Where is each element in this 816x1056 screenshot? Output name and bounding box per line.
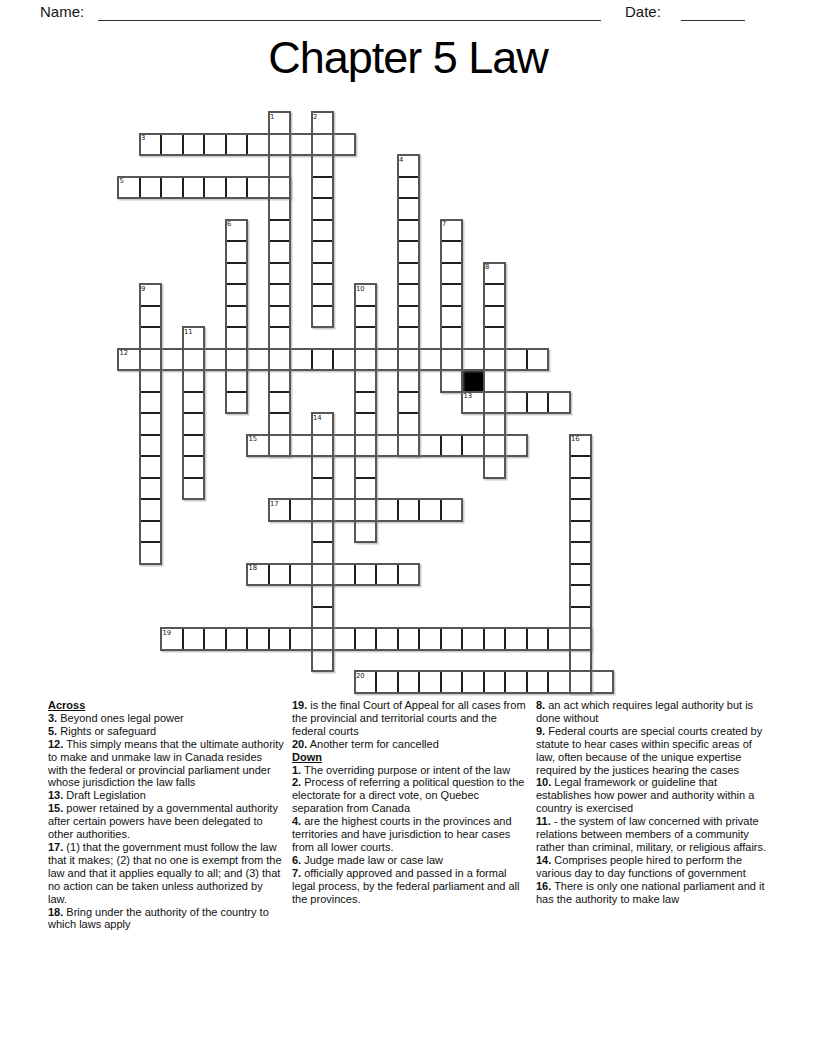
grid-cell[interactable] — [419, 671, 441, 693]
clue-number: 5. — [48, 725, 57, 737]
grid-cell[interactable] — [226, 370, 248, 392]
cell-number-13: 13 — [464, 393, 473, 400]
grid-cell[interactable] — [548, 628, 570, 650]
clue-number: 14. — [536, 854, 551, 866]
grid-cell[interactable] — [269, 564, 291, 586]
grid-cell[interactable] — [441, 671, 463, 693]
grid-cell[interactable] — [312, 177, 334, 199]
grid-cell[interactable] — [290, 349, 312, 371]
grid-cell[interactable] — [398, 413, 420, 435]
grid-cell[interactable] — [570, 521, 592, 543]
grid-cell[interactable] — [140, 413, 162, 435]
grid-cell[interactable] — [570, 628, 592, 650]
clue-5: 5. Rights or safeguard — [48, 725, 284, 738]
grid-cell[interactable] — [183, 413, 205, 435]
grid-cell[interactable] — [247, 628, 269, 650]
grid-cell[interactable] — [140, 478, 162, 500]
grid-cell[interactable] — [312, 220, 334, 242]
cell-number-16: 16 — [571, 436, 580, 443]
grid-cell[interactable] — [312, 198, 334, 220]
grid-cell[interactable] — [161, 349, 183, 371]
cell-number-9: 9 — [141, 286, 145, 293]
grid-cell[interactable] — [355, 564, 377, 586]
grid-cell[interactable] — [484, 456, 506, 478]
grid-cell[interactable] — [140, 542, 162, 564]
cell-number-14: 14 — [313, 415, 322, 422]
grid-cell[interactable] — [204, 349, 226, 371]
grid-cell[interactable] — [312, 585, 334, 607]
grid-cell[interactable] — [140, 177, 162, 199]
grid-cell[interactable] — [290, 134, 312, 156]
clue-number: 16. — [536, 880, 551, 892]
cell-number-2: 2 — [313, 114, 317, 121]
grid-cell[interactable] — [226, 327, 248, 349]
grid-cell[interactable] — [269, 628, 291, 650]
grid-cell[interactable] — [312, 564, 334, 586]
grid-cell[interactable] — [484, 370, 506, 392]
grid-cell[interactable] — [441, 327, 463, 349]
grid-cell[interactable] — [204, 628, 226, 650]
grid-cell[interactable] — [505, 435, 527, 457]
clue-4: 4. are the highest courts in the provinc… — [292, 815, 528, 854]
grid-cell[interactable] — [441, 263, 463, 285]
grid-cell[interactable] — [355, 456, 377, 478]
cell-number-20: 20 — [356, 673, 365, 680]
grid-cell[interactable] — [484, 628, 506, 650]
grid-cell[interactable] — [548, 392, 570, 414]
grid-cell[interactable] — [269, 306, 291, 328]
grid-cell[interactable] — [269, 327, 291, 349]
grid-cell[interactable] — [398, 177, 420, 199]
grid-cell[interactable] — [398, 499, 420, 521]
grid-cell[interactable] — [462, 349, 484, 371]
grid-cell[interactable] — [505, 392, 527, 414]
grid-cell[interactable] — [376, 671, 398, 693]
grid-cell[interactable] — [204, 134, 226, 156]
grid-cell[interactable] — [312, 134, 334, 156]
grid-cell[interactable] — [484, 349, 506, 371]
clue-number: 17. — [48, 841, 63, 853]
grid-cell[interactable] — [355, 628, 377, 650]
clue-number: 12. — [48, 738, 63, 750]
cell-number-6: 6 — [227, 221, 231, 228]
clue-15: 15. power retained by a governmental aut… — [48, 802, 284, 841]
grid-cell[interactable] — [376, 499, 398, 521]
grid-cell[interactable] — [140, 435, 162, 457]
grid-cell[interactable] — [226, 306, 248, 328]
clue-13: 13. Draft Legislation — [48, 789, 284, 802]
grid-cell[interactable] — [312, 349, 334, 371]
clue-number: 2. — [292, 776, 301, 788]
grid-cell[interactable] — [376, 349, 398, 371]
grid-cell[interactable] — [333, 349, 355, 371]
grid-cell[interactable] — [312, 456, 334, 478]
grid-cell[interactable] — [312, 607, 334, 629]
grid-cell[interactable] — [269, 198, 291, 220]
cell-number-19: 19 — [163, 630, 172, 637]
grid-cell[interactable] — [226, 284, 248, 306]
grid-cell[interactable] — [183, 628, 205, 650]
clue-6: 6. Judge made law or case law — [292, 854, 528, 867]
clue-number: 18. — [48, 906, 63, 918]
grid-cell[interactable] — [333, 564, 355, 586]
grid-cell[interactable] — [183, 134, 205, 156]
grid-cell[interactable] — [398, 564, 420, 586]
grid-cell[interactable] — [312, 650, 334, 672]
grid-cell[interactable] — [269, 370, 291, 392]
grid-cell[interactable] — [333, 628, 355, 650]
across-heading: Across — [48, 699, 284, 712]
clue-number: 10. — [536, 776, 551, 788]
grid-cell[interactable] — [441, 435, 463, 457]
clue-19: 19. is the final Court of Appeal for all… — [292, 699, 528, 738]
clue-number: 1. — [292, 764, 301, 776]
grid-cell[interactable] — [247, 134, 269, 156]
clue-2: 2. Process of referring a political ques… — [292, 776, 528, 815]
cell-number-12: 12 — [120, 350, 129, 357]
grid-cell[interactable] — [484, 327, 506, 349]
grid-cell[interactable] — [398, 349, 420, 371]
grid-cell[interactable] — [570, 499, 592, 521]
grid-cell[interactable] — [419, 349, 441, 371]
grid-cell[interactable] — [398, 198, 420, 220]
grid-cell[interactable] — [312, 263, 334, 285]
grid-cell[interactable] — [355, 349, 377, 371]
grid-cell[interactable] — [183, 392, 205, 414]
clue-number: 15. — [48, 802, 63, 814]
cell-number-18: 18 — [249, 565, 258, 572]
grid-cell[interactable] — [269, 177, 291, 199]
grid-cell[interactable] — [484, 392, 506, 414]
grid-cell[interactable] — [226, 177, 248, 199]
grid-cell[interactable] — [484, 284, 506, 306]
grid-cell[interactable] — [269, 241, 291, 263]
grid-cell[interactable] — [183, 435, 205, 457]
grid-cell[interactable] — [441, 499, 463, 521]
grid-cell[interactable] — [204, 177, 226, 199]
clue-8: 8. an act which requires legal authority… — [536, 699, 772, 725]
grid-cell[interactable] — [290, 564, 312, 586]
grid-cell[interactable] — [312, 499, 334, 521]
clue-7: 7. officially approved and passed in a f… — [292, 867, 528, 906]
grid-cell[interactable] — [140, 499, 162, 521]
cell-number-10: 10 — [356, 286, 365, 293]
grid-cell[interactable] — [527, 349, 549, 371]
grid-cell[interactable] — [226, 134, 248, 156]
cell-number-4: 4 — [399, 157, 403, 164]
grid-cell[interactable] — [398, 671, 420, 693]
grid-cell[interactable] — [398, 284, 420, 306]
grid-cell[interactable] — [247, 177, 269, 199]
cell-number-5: 5 — [120, 178, 124, 185]
down-heading: Down — [292, 751, 528, 764]
clue-number: 19. — [292, 699, 307, 711]
grid-cell[interactable] — [441, 306, 463, 328]
grid-cell[interactable] — [548, 671, 570, 693]
grid-cell[interactable] — [570, 456, 592, 478]
grid-cell[interactable] — [290, 435, 312, 457]
grid-cell[interactable] — [398, 241, 420, 263]
grid-cell[interactable] — [484, 413, 506, 435]
grid-cell[interactable] — [226, 349, 248, 371]
clue-10: 10. Legal framework or guideline that es… — [536, 776, 772, 815]
grid-cell[interactable] — [376, 435, 398, 457]
clue-column-1: Across3. Beyond ones legal power5. Right… — [48, 699, 284, 931]
grid-cell[interactable] — [269, 155, 291, 177]
grid-cell[interactable] — [161, 177, 183, 199]
grid-cell[interactable] — [376, 564, 398, 586]
grid-cell[interactable] — [398, 327, 420, 349]
cell-number-8: 8 — [485, 264, 489, 271]
clue-9: 9. Federal courts are special courts cre… — [536, 725, 772, 777]
clue-number: 20. — [292, 738, 307, 750]
grid-cell[interactable] — [226, 263, 248, 285]
grid-cell[interactable] — [398, 628, 420, 650]
grid-cell[interactable] — [333, 134, 355, 156]
grid-cell[interactable] — [527, 671, 549, 693]
grid-cell[interactable] — [333, 435, 355, 457]
grid-cell[interactable] — [355, 306, 377, 328]
clue-17: 17. (1) that the government must follow … — [48, 841, 284, 906]
grid-cell[interactable] — [570, 671, 592, 693]
grid-cell[interactable] — [398, 435, 420, 457]
grid-cell[interactable] — [183, 456, 205, 478]
clue-number: 13. — [48, 789, 63, 801]
grid-cell[interactable] — [290, 628, 312, 650]
grid-cell[interactable] — [355, 327, 377, 349]
grid-cell[interactable] — [269, 284, 291, 306]
clue-number: 4. — [292, 815, 301, 827]
grid-cell[interactable] — [441, 284, 463, 306]
grid-cell[interactable] — [484, 671, 506, 693]
clue-number: 9. — [536, 725, 545, 737]
clue-number: 3. — [48, 712, 57, 724]
grid-cell[interactable] — [570, 564, 592, 586]
clue-18: 18. Bring under the authority of the cou… — [48, 906, 284, 932]
worksheet-page: Name: Date: Chapter 5 Law 12345678910111… — [0, 0, 816, 1056]
clue-number: 8. — [536, 699, 545, 711]
cell-number-11: 11 — [184, 329, 193, 336]
grid-cell[interactable] — [269, 134, 291, 156]
grid-cell[interactable] — [570, 607, 592, 629]
grid-cell[interactable] — [269, 413, 291, 435]
grid-cell[interactable] — [484, 435, 506, 457]
grid-cell[interactable] — [484, 306, 506, 328]
grid-cell[interactable] — [140, 392, 162, 414]
clue-number: 11. — [536, 815, 551, 827]
grid-cell[interactable] — [312, 284, 334, 306]
grid-cell[interactable] — [527, 392, 549, 414]
grid-cell[interactable] — [419, 628, 441, 650]
grid-cell[interactable] — [527, 628, 549, 650]
grid-cell[interactable] — [140, 306, 162, 328]
grid-cell[interactable] — [419, 499, 441, 521]
grid-cell[interactable] — [226, 392, 248, 414]
clue-number: 6. — [292, 854, 301, 866]
grid-cell[interactable] — [290, 499, 312, 521]
grid-cell[interactable] — [462, 628, 484, 650]
grid-cell[interactable] — [570, 542, 592, 564]
clue-11: 11. - the system of law concerned with p… — [536, 815, 772, 854]
cell-number-3: 3 — [141, 135, 145, 142]
grid-cell[interactable] — [247, 349, 269, 371]
cell-number-7: 7 — [442, 221, 446, 228]
grid-cell[interactable] — [355, 478, 377, 500]
grid-cell[interactable] — [183, 177, 205, 199]
grid-cell[interactable] — [312, 542, 334, 564]
cell-number-17: 17 — [270, 501, 279, 508]
black-cell — [462, 370, 484, 392]
clue-column-2: 19. is the final Court of Appeal for all… — [292, 699, 528, 931]
grid-cell[interactable] — [376, 628, 398, 650]
grid-cell[interactable] — [269, 392, 291, 414]
grid-cell[interactable] — [441, 370, 463, 392]
grid-cell[interactable] — [398, 220, 420, 242]
grid-cell[interactable] — [312, 521, 334, 543]
grid-cell[interactable] — [333, 499, 355, 521]
grid-cell[interactable] — [419, 435, 441, 457]
grid-cell[interactable] — [570, 478, 592, 500]
grid-cell[interactable] — [226, 628, 248, 650]
grid-cell[interactable] — [140, 370, 162, 392]
grid-cell[interactable] — [398, 263, 420, 285]
cell-number-15: 15 — [249, 436, 258, 443]
grid-cell[interactable] — [312, 155, 334, 177]
clue-16: 16. There is only one national parliamen… — [536, 880, 772, 906]
grid-cell[interactable] — [355, 370, 377, 392]
grid-cell[interactable] — [183, 349, 205, 371]
clues-section: Across3. Beyond ones legal power5. Right… — [48, 699, 772, 931]
grid-cell[interactable] — [570, 585, 592, 607]
clue-12: 12. This simply means that the ultimate … — [48, 738, 284, 790]
clue-14: 14. Comprises people hired to perform th… — [536, 854, 772, 880]
grid-cell[interactable] — [505, 671, 527, 693]
grid-cell[interactable] — [441, 628, 463, 650]
grid-cell[interactable] — [355, 499, 377, 521]
grid-cell[interactable] — [398, 306, 420, 328]
grid-cell[interactable] — [269, 220, 291, 242]
grid-cell[interactable] — [441, 349, 463, 371]
grid-cell[interactable] — [355, 435, 377, 457]
grid-cell[interactable] — [398, 392, 420, 414]
clue-1: 1. The overriding purpose or intent of t… — [292, 764, 528, 777]
cell-number-1: 1 — [270, 114, 274, 121]
grid-cell[interactable] — [312, 435, 334, 457]
grid-cell[interactable] — [140, 521, 162, 543]
grid-cell[interactable] — [591, 671, 613, 693]
grid-cell[interactable] — [355, 413, 377, 435]
clue-number: 7. — [292, 867, 301, 879]
grid-cell[interactable] — [441, 241, 463, 263]
grid-cell[interactable] — [462, 435, 484, 457]
grid-cell[interactable] — [269, 435, 291, 457]
grid-cell[interactable] — [355, 392, 377, 414]
clue-3: 3. Beyond ones legal power — [48, 712, 284, 725]
grid-cell[interactable] — [570, 650, 592, 672]
grid-cell[interactable] — [505, 628, 527, 650]
grid-cell[interactable] — [462, 671, 484, 693]
grid-cell[interactable] — [312, 306, 334, 328]
grid-cell[interactable] — [161, 134, 183, 156]
grid-cell[interactable] — [140, 349, 162, 371]
grid-cell[interactable] — [355, 521, 377, 543]
grid-cell[interactable] — [505, 349, 527, 371]
grid-cell[interactable] — [140, 456, 162, 478]
grid-cell[interactable] — [269, 349, 291, 371]
grid-cell[interactable] — [183, 478, 205, 500]
grid-cell[interactable] — [140, 327, 162, 349]
grid-cell[interactable] — [312, 478, 334, 500]
grid-cell[interactable] — [183, 370, 205, 392]
grid-cell[interactable] — [398, 370, 420, 392]
clue-column-3: 8. an act which requires legal authority… — [536, 699, 772, 931]
grid-cell[interactable] — [226, 241, 248, 263]
clue-20: 20. Another term for cancelled — [292, 738, 528, 751]
grid-cell[interactable] — [269, 263, 291, 285]
grid-cell[interactable] — [312, 628, 334, 650]
grid-cell[interactable] — [312, 241, 334, 263]
